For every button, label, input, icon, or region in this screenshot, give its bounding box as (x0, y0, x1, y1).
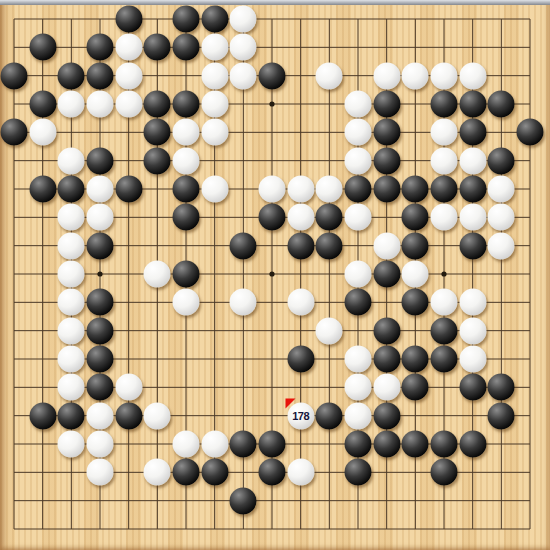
stone-white (373, 62, 400, 89)
stone-black (431, 431, 458, 458)
stone-white (402, 261, 429, 288)
stone-black (517, 119, 544, 146)
go-board[interactable]: 178 (0, 0, 550, 550)
stone-white (345, 374, 372, 401)
stone-white (173, 147, 200, 174)
stone-black (230, 431, 257, 458)
stone-white (459, 204, 486, 231)
stone-white (201, 431, 228, 458)
stone-white (345, 402, 372, 429)
stone-black (287, 346, 314, 373)
stone-white (29, 119, 56, 146)
stone-white (459, 289, 486, 316)
stone-white (230, 6, 257, 33)
stone-white (459, 317, 486, 344)
stone-black (431, 346, 458, 373)
stone-black (1, 62, 28, 89)
stone-white (58, 346, 85, 373)
stone-white (287, 459, 314, 486)
stone-black (87, 62, 114, 89)
stone-black (316, 402, 343, 429)
stone-white (488, 176, 515, 203)
stone-black (431, 176, 458, 203)
stone-black (87, 289, 114, 316)
stone-black (287, 232, 314, 259)
stone-white (201, 91, 228, 118)
stone-white (345, 261, 372, 288)
stone-black (87, 147, 114, 174)
stone-white (431, 289, 458, 316)
stone-black (345, 289, 372, 316)
stone-white (316, 317, 343, 344)
stone-white (345, 119, 372, 146)
stone-black (259, 62, 286, 89)
stone-white (201, 176, 228, 203)
stone-black (373, 402, 400, 429)
stone-black (402, 176, 429, 203)
stone-white (87, 459, 114, 486)
stone-white (58, 91, 85, 118)
stone-white (87, 402, 114, 429)
stone-black (201, 6, 228, 33)
stone-white (402, 62, 429, 89)
stone-white (345, 91, 372, 118)
stone-white (230, 34, 257, 61)
stone-white (287, 289, 314, 316)
stone-black (58, 62, 85, 89)
stone-black (87, 374, 114, 401)
stone-black (431, 459, 458, 486)
stone-white (287, 204, 314, 231)
star-point (97, 271, 102, 276)
stone-black (87, 34, 114, 61)
star-point (269, 101, 274, 106)
stone-white (58, 261, 85, 288)
stone-black (345, 459, 372, 486)
stone-black (115, 6, 142, 33)
stone-black (373, 119, 400, 146)
stone-black (115, 402, 142, 429)
stone-white (144, 459, 171, 486)
stone-black (173, 261, 200, 288)
stone-white (345, 346, 372, 373)
stone-white (58, 204, 85, 231)
stone-black (402, 204, 429, 231)
stone-black (173, 459, 200, 486)
stone-white (230, 62, 257, 89)
stone-white (58, 147, 85, 174)
stone-black (373, 317, 400, 344)
stone-white (144, 402, 171, 429)
stone-white (459, 147, 486, 174)
stone-white (345, 147, 372, 174)
stone-black (316, 232, 343, 259)
stone-white (173, 431, 200, 458)
stone-black (29, 91, 56, 118)
stone-white (201, 119, 228, 146)
stone-black (230, 487, 257, 514)
stone-white (316, 62, 343, 89)
stone-black (373, 176, 400, 203)
stone-black (173, 176, 200, 203)
stone-white (58, 289, 85, 316)
stone-white (87, 91, 114, 118)
stone-white (230, 289, 257, 316)
stone-black (259, 204, 286, 231)
stone-black (87, 346, 114, 373)
stone-black (431, 91, 458, 118)
stone-black (173, 6, 200, 33)
stone-black (459, 431, 486, 458)
stone-black (230, 232, 257, 259)
stone-white (431, 119, 458, 146)
stone-black (87, 232, 114, 259)
stone-white (373, 374, 400, 401)
stone-black (459, 374, 486, 401)
stone-black (459, 176, 486, 203)
stone-black (115, 176, 142, 203)
stone-black (144, 91, 171, 118)
stone-black (459, 91, 486, 118)
stone-black (402, 232, 429, 259)
stone-black (402, 289, 429, 316)
stone-black (87, 317, 114, 344)
stone-black (173, 34, 200, 61)
stone-black (459, 119, 486, 146)
stone-black (373, 91, 400, 118)
stone-black (29, 402, 56, 429)
stone-white (115, 34, 142, 61)
stone-black (459, 232, 486, 259)
stone-white (58, 374, 85, 401)
stone-black (58, 176, 85, 203)
stone-black (488, 147, 515, 174)
stone-black (316, 204, 343, 231)
stone-white (431, 62, 458, 89)
stone-black (144, 34, 171, 61)
stone-black (488, 91, 515, 118)
stone-white (287, 176, 314, 203)
stone-black (58, 402, 85, 429)
star-point (269, 271, 274, 276)
stone-black (259, 431, 286, 458)
stone-black (488, 374, 515, 401)
stone-black (431, 317, 458, 344)
stone-white (173, 289, 200, 316)
last-move-stone: 178 (287, 402, 314, 429)
stone-white (259, 176, 286, 203)
stone-white (115, 374, 142, 401)
stone-white (115, 91, 142, 118)
stone-black (373, 431, 400, 458)
stone-black (29, 176, 56, 203)
stone-white (459, 346, 486, 373)
last-move-marker-icon (285, 398, 295, 408)
stone-white (459, 62, 486, 89)
stone-black (345, 431, 372, 458)
stone-black (402, 431, 429, 458)
stone-white (144, 261, 171, 288)
stone-white (488, 204, 515, 231)
stone-white (58, 431, 85, 458)
stone-white (115, 62, 142, 89)
stone-black (144, 119, 171, 146)
stone-white (87, 204, 114, 231)
go-app-window: 178 (0, 0, 550, 550)
stone-black (345, 176, 372, 203)
window-top-edge (0, 0, 550, 5)
stone-white (173, 119, 200, 146)
stone-white (58, 232, 85, 259)
stone-black (259, 459, 286, 486)
stone-white (201, 34, 228, 61)
stone-black (144, 147, 171, 174)
stone-black (173, 204, 200, 231)
stone-white (373, 232, 400, 259)
stone-black (373, 261, 400, 288)
stone-white (431, 147, 458, 174)
stone-white (431, 204, 458, 231)
stone-white (345, 204, 372, 231)
stone-white (87, 176, 114, 203)
star-point (441, 271, 446, 276)
stone-black (29, 34, 56, 61)
stone-white (58, 317, 85, 344)
stone-black (173, 91, 200, 118)
stone-black (201, 459, 228, 486)
stone-white (488, 232, 515, 259)
stone-white (316, 176, 343, 203)
stone-black (402, 346, 429, 373)
stone-white (87, 431, 114, 458)
stone-black (373, 346, 400, 373)
stone-black (402, 374, 429, 401)
stone-white (201, 62, 228, 89)
stone-black (373, 147, 400, 174)
stone-black (488, 402, 515, 429)
stone-black (1, 119, 28, 146)
